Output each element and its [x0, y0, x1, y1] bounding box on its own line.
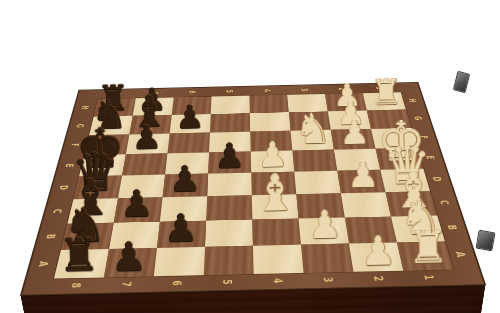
square-g3[interactable]	[289, 111, 331, 130]
square-g1[interactable]	[367, 110, 411, 129]
square-g6[interactable]: ♟	[170, 114, 211, 133]
black-knight-g8[interactable]: ♞	[91, 95, 127, 135]
square-f3[interactable]: ♞	[291, 130, 334, 151]
rank-label-top-5: 5	[211, 87, 249, 96]
rank-label-bottom-8: 8	[49, 277, 103, 293]
rank-label-top-4: 4	[248, 86, 286, 95]
square-b6[interactable]: ♟	[157, 221, 206, 248]
square-h6[interactable]	[172, 97, 212, 115]
black-king-e8[interactable]: ♚	[75, 121, 125, 176]
black-queen-d8[interactable]: ♛	[71, 145, 119, 198]
square-f4[interactable]	[250, 131, 292, 152]
square-d1[interactable]: ♛	[380, 169, 430, 193]
rank-label-bottom-5: 5	[202, 274, 253, 290]
square-c3[interactable]	[296, 193, 344, 218]
white-pawn-e4[interactable]: ♟	[257, 138, 288, 172]
file-label-right-G: G	[406, 109, 431, 128]
rank-label-bottom-1: 1	[402, 270, 456, 286]
square-f7[interactable]: ♟	[126, 134, 170, 155]
square-e6[interactable]	[165, 152, 209, 174]
square-a4[interactable]	[253, 245, 304, 274]
square-c2[interactable]	[341, 192, 391, 217]
file-label-left-C: C	[43, 199, 72, 224]
rank-label-bottom-6: 6	[151, 275, 203, 291]
white-rook-h1[interactable]: ♜	[370, 74, 402, 110]
product-photo-scene: ♜♟♟♜♞♝♟♟♟♞♟♚♟♟♚♛♟♟♛♝♟♝♝♞♟♟♞♜♟♟♜ 87654321…	[0, 0, 500, 313]
file-label-right-D: D	[423, 168, 452, 191]
square-c5[interactable]	[206, 195, 252, 220]
white-pawn-g2[interactable]: ♟	[336, 97, 365, 129]
square-b1[interactable]: ♞	[391, 215, 445, 242]
square-a1[interactable]: ♜	[397, 241, 453, 270]
square-h1[interactable]: ♜	[363, 92, 406, 110]
file-label-right-E: E	[417, 147, 444, 168]
square-d2[interactable]: ♟	[337, 170, 385, 194]
coordinate-labels	[80, 83, 417, 91]
file-label-left-E: E	[56, 155, 82, 177]
square-d6[interactable]: ♟	[163, 174, 209, 198]
square-a2[interactable]: ♟	[349, 242, 403, 271]
file-label-left-A: A	[28, 250, 59, 279]
black-rook-h8[interactable]: ♜	[97, 80, 129, 116]
rank-label-top-8: 8	[97, 89, 136, 98]
square-a7[interactable]: ♟	[104, 248, 157, 277]
square-g4[interactable]	[250, 112, 291, 131]
white-pawn-b3[interactable]: ♟	[307, 206, 342, 244]
white-pawn-a2[interactable]: ♟	[360, 231, 396, 271]
black-pawn-g6[interactable]: ♟	[175, 101, 204, 133]
square-e3[interactable]	[292, 150, 337, 172]
white-queen-d1[interactable]: ♛	[383, 138, 431, 191]
board-tilt-wrapper: ♜♟♟♜♞♝♟♟♟♞♟♚♟♟♚♛♟♟♛♝♟♝♝♞♟♟♞♜♟♟♜ 87654321…	[0, 0, 500, 313]
square-h3[interactable]	[287, 94, 328, 112]
square-g8[interactable]: ♞	[89, 116, 133, 136]
square-a8[interactable]: ♜	[54, 249, 109, 279]
black-pawn-e5[interactable]: ♟	[214, 139, 245, 173]
rank-label-top-3: 3	[286, 85, 325, 94]
square-d3[interactable]	[294, 171, 341, 195]
square-a3[interactable]	[301, 244, 354, 273]
rank-label-bottom-7: 7	[100, 276, 153, 292]
file-label-left-G: G	[68, 116, 92, 135]
rank-label-bottom-3: 3	[303, 272, 355, 288]
file-label-right-C: C	[430, 190, 460, 215]
white-knight-f3[interactable]: ♞	[294, 108, 331, 150]
square-c1[interactable]: ♝	[385, 191, 437, 216]
rank-label-top-2: 2	[323, 84, 362, 93]
white-bishop-c4[interactable]: ♝	[252, 168, 298, 219]
file-label-left-D: D	[50, 176, 77, 199]
file-label-right-F: F	[411, 127, 437, 147]
black-pawn-c7[interactable]: ♟	[120, 185, 153, 222]
square-b7[interactable]	[109, 222, 160, 249]
square-e5[interactable]: ♟	[208, 151, 251, 173]
fold-seam	[249, 96, 255, 274]
square-g7[interactable]: ♝	[129, 115, 171, 135]
square-f8[interactable]	[84, 134, 129, 155]
white-rook-a1[interactable]: ♜	[407, 224, 448, 270]
file-label-left-F: F	[62, 135, 87, 155]
square-e2[interactable]	[334, 149, 380, 171]
square-g5[interactable]	[210, 113, 250, 132]
white-pawn-d2[interactable]: ♟	[347, 157, 379, 193]
square-h8[interactable]: ♜	[94, 98, 136, 116]
chess-board: ♜♟♟♜♞♝♟♟♟♞♟♚♟♟♚♛♟♟♛♝♟♝♝♞♟♟♞♜♟♟♜ 87654321…	[21, 82, 485, 295]
square-d4[interactable]	[251, 172, 296, 196]
square-e8[interactable]: ♚	[79, 154, 126, 176]
rank-label-bottom-2: 2	[352, 271, 405, 287]
square-a6[interactable]	[154, 247, 205, 276]
file-label-right-B: B	[437, 214, 468, 241]
black-bishop-g7[interactable]: ♝	[129, 90, 169, 134]
square-d7[interactable]	[118, 175, 165, 199]
metal-hinge	[475, 230, 495, 252]
black-pawn-a7[interactable]: ♟	[111, 237, 147, 277]
black-rook-a8[interactable]: ♜	[58, 232, 99, 278]
black-pawn-b6[interactable]: ♟	[163, 209, 198, 247]
square-b8[interactable]: ♞	[61, 223, 114, 250]
rank-label-top-7: 7	[135, 89, 174, 98]
square-f1[interactable]	[371, 128, 417, 149]
square-g2[interactable]: ♟	[328, 110, 371, 129]
square-f2[interactable]: ♟	[331, 129, 376, 150]
rank-label-bottom-4: 4	[253, 273, 304, 289]
square-c8[interactable]: ♝	[67, 198, 118, 223]
file-label-right-H: H	[401, 92, 425, 110]
black-knight-b8[interactable]: ♞	[63, 202, 106, 250]
rank-label-top-6: 6	[173, 88, 211, 97]
square-a5[interactable]	[204, 246, 254, 275]
black-pawn-h7[interactable]: ♟	[138, 84, 166, 115]
black-pawn-d6[interactable]: ♟	[168, 161, 200, 197]
square-b4[interactable]	[252, 219, 301, 246]
file-label-right-A: A	[445, 240, 478, 269]
square-c4[interactable]: ♝	[252, 194, 299, 219]
square-h4[interactable]	[249, 95, 288, 113]
square-e4[interactable]: ♟	[251, 151, 295, 173]
square-b3[interactable]: ♟	[299, 217, 349, 244]
black-bishop-c8[interactable]: ♝	[67, 172, 113, 223]
square-e7[interactable]	[122, 153, 167, 175]
square-c6[interactable]	[160, 196, 207, 221]
square-e1[interactable]: ♚	[376, 148, 424, 170]
square-d5[interactable]	[207, 173, 252, 197]
square-h7[interactable]: ♟	[133, 97, 174, 115]
white-bishop-c1[interactable]: ♝	[391, 165, 437, 216]
square-b5[interactable]	[205, 220, 253, 247]
white-knight-b1[interactable]: ♞	[399, 194, 442, 242]
rank-label-top-1: 1	[360, 84, 400, 93]
square-b2[interactable]	[345, 216, 397, 243]
box-side-face	[20, 284, 486, 313]
square-h2[interactable]: ♟	[325, 93, 367, 111]
board-grid: ♜♟♟♜♞♝♟♟♟♞♟♚♟♟♚♛♟♟♛♝♟♝♝♞♟♟♞♜♟♟♜	[53, 92, 455, 279]
square-d8[interactable]: ♛	[73, 176, 122, 200]
square-f6[interactable]	[167, 133, 209, 154]
white-pawn-h2[interactable]: ♟	[333, 80, 361, 111]
square-c7[interactable]: ♟	[114, 197, 163, 222]
black-pawn-f7[interactable]: ♟	[131, 120, 161, 153]
file-label-left-H: H	[73, 99, 96, 117]
square-h5[interactable]	[211, 96, 250, 114]
white-pawn-f2[interactable]: ♟	[339, 116, 369, 149]
square-f5[interactable]	[209, 132, 251, 153]
white-king-e1[interactable]: ♚	[376, 114, 426, 169]
file-label-left-B: B	[36, 223, 66, 250]
